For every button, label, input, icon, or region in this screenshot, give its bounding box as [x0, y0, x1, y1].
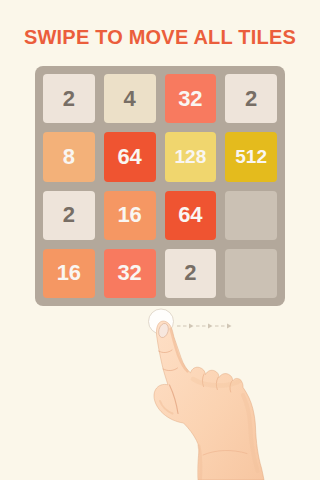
tile-16: 16	[104, 191, 156, 240]
board-grid[interactable]: 243228641285122166416322	[43, 74, 277, 298]
tile-2: 2	[225, 74, 277, 123]
tile-64: 64	[104, 132, 156, 181]
hand-illustration	[154, 321, 264, 480]
tutorial-screen: SWIPE TO MOVE ALL TILES 2432286412851221…	[0, 0, 320, 480]
empty-cell	[225, 249, 277, 298]
swipe-gesture-illustration	[0, 300, 320, 480]
tile-64: 64	[165, 191, 217, 240]
tile-2: 2	[43, 191, 95, 240]
empty-cell	[225, 191, 277, 240]
tile-32: 32	[165, 74, 217, 123]
tile-2: 2	[165, 249, 217, 298]
tile-32: 32	[104, 249, 156, 298]
tutorial-title: SWIPE TO MOVE ALL TILES	[0, 26, 320, 49]
tile-8: 8	[43, 132, 95, 181]
tile-512: 512	[225, 132, 277, 181]
swipe-arrows-icon	[177, 323, 232, 328]
tile-128: 128	[165, 132, 217, 181]
tile-16: 16	[43, 249, 95, 298]
board[interactable]: 243228641285122166416322	[35, 66, 285, 306]
tile-2: 2	[43, 74, 95, 123]
tile-4: 4	[104, 74, 156, 123]
